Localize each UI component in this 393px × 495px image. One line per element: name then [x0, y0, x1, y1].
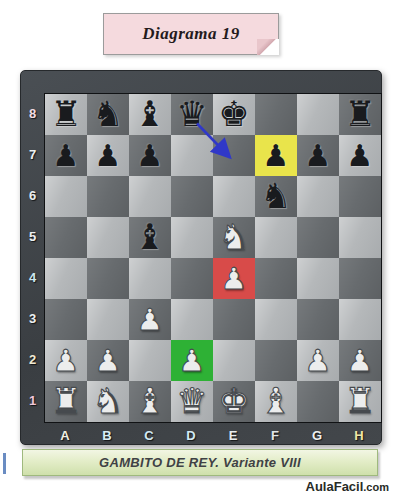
square-e4: ♟: [213, 258, 255, 299]
square-h6: [339, 176, 381, 217]
black-pawn-g7: ♟: [305, 141, 332, 171]
square-c7: ♟: [129, 135, 171, 176]
watermark-tld: .com: [363, 481, 389, 493]
diagram-title: Diagrama 19: [142, 24, 240, 44]
square-c8: ♝: [129, 94, 171, 135]
file-label-H: H: [338, 425, 380, 445]
square-h7: ♟: [339, 135, 381, 176]
white-pawn-e4: ♟: [221, 264, 248, 294]
white-rook-h1: ♜: [344, 384, 375, 419]
square-e6: [213, 176, 255, 217]
square-a7: ♟: [45, 135, 87, 176]
square-a3: [45, 299, 87, 340]
watermark: AulaFacil.com: [306, 477, 389, 495]
square-c2: [129, 340, 171, 381]
white-bishop-c1: ♝: [134, 384, 165, 419]
square-a6: [45, 176, 87, 217]
square-f6: ♞: [255, 176, 297, 217]
square-c5: ♝: [129, 217, 171, 258]
square-f8: [255, 94, 297, 135]
square-h2: ♟: [339, 340, 381, 381]
square-g2: ♟: [297, 340, 339, 381]
file-label-E: E: [212, 425, 254, 445]
black-pawn-a7: ♟: [53, 141, 80, 171]
square-g8: [297, 94, 339, 135]
caption-text: GAMBITO DE REY. Variante VIII: [99, 455, 301, 470]
square-f7: ♟: [255, 135, 297, 176]
file-label-D: D: [170, 425, 212, 445]
square-c6: [129, 176, 171, 217]
black-king-e8: ♚: [218, 97, 249, 132]
chess-board: ♜♞♝♛♚♜♟♟♟♟♟♟♞♝♞♟♟♟♟♟♟♟♜♞♝♛♚♝♜: [44, 93, 382, 423]
black-pawn-h7: ♟: [347, 141, 374, 171]
square-d8: ♛: [171, 94, 213, 135]
chess-board-frame: 87654321 ♜♞♝♛♚♜♟♟♟♟♟♟♞♝♞♟♟♟♟♟♟♟♜♞♝♛♚♝♜ A…: [20, 70, 382, 445]
square-h4: [339, 258, 381, 299]
square-d2: ♟: [171, 340, 213, 381]
square-a8: ♜: [45, 94, 87, 135]
square-h8: ♜: [339, 94, 381, 135]
black-pawn-f7: ♟: [263, 141, 290, 171]
square-d4: [171, 258, 213, 299]
square-g6: [297, 176, 339, 217]
square-f3: [255, 299, 297, 340]
square-e8: ♚: [213, 94, 255, 135]
black-rook-a8: ♜: [50, 97, 81, 132]
watermark-name: AulaFacil: [306, 479, 364, 494]
square-a5: [45, 217, 87, 258]
square-d3: [171, 299, 213, 340]
square-f1: ♝: [255, 381, 297, 422]
black-queen-d8: ♛: [176, 97, 207, 132]
white-pawn-b2: ♟: [95, 346, 122, 376]
black-rook-h8: ♜: [344, 97, 375, 132]
square-e3: [213, 299, 255, 340]
square-g3: [297, 299, 339, 340]
square-b7: ♟: [87, 135, 129, 176]
white-knight-b1: ♞: [92, 384, 123, 419]
square-b1: ♞: [87, 381, 129, 422]
file-label-F: F: [254, 425, 296, 445]
square-c3: ♟: [129, 299, 171, 340]
diagram-title-box: Diagrama 19: [103, 13, 279, 55]
file-label-G: G: [296, 425, 338, 445]
rank-label-7: 7: [21, 134, 44, 175]
square-g7: ♟: [297, 135, 339, 176]
page-fold-corner: [257, 39, 279, 55]
caption-bar: GAMBITO DE REY. Variante VIII: [22, 449, 378, 476]
square-f4: [255, 258, 297, 299]
white-knight-e5: ♞: [218, 220, 249, 255]
file-labels: ABCDEFGH: [44, 425, 380, 445]
square-a1: ♜: [45, 381, 87, 422]
black-knight-b8: ♞: [92, 97, 123, 132]
rank-label-2: 2: [21, 339, 44, 380]
black-bishop-c8: ♝: [134, 97, 165, 132]
black-pawn-c7: ♟: [137, 141, 164, 171]
square-f5: [255, 217, 297, 258]
white-queen-d1: ♛: [176, 384, 207, 419]
left-margin-tick: [3, 453, 6, 474]
square-b4: [87, 258, 129, 299]
square-b3: [87, 299, 129, 340]
white-pawn-g2: ♟: [305, 346, 332, 376]
rank-label-3: 3: [21, 298, 44, 339]
square-b2: ♟: [87, 340, 129, 381]
rank-label-8: 8: [21, 93, 44, 134]
square-b8: ♞: [87, 94, 129, 135]
square-a4: [45, 258, 87, 299]
square-d1: ♛: [171, 381, 213, 422]
square-e2: [213, 340, 255, 381]
square-d5: [171, 217, 213, 258]
rank-label-4: 4: [21, 257, 44, 298]
black-pawn-b7: ♟: [95, 141, 122, 171]
white-pawn-a2: ♟: [53, 346, 80, 376]
square-f2: [255, 340, 297, 381]
square-h1: ♜: [339, 381, 381, 422]
file-label-B: B: [86, 425, 128, 445]
rank-labels: 87654321: [21, 93, 44, 421]
square-e5: ♞: [213, 217, 255, 258]
square-c4: [129, 258, 171, 299]
square-e7: [213, 135, 255, 176]
square-c1: ♝: [129, 381, 171, 422]
square-d6: [171, 176, 213, 217]
square-a2: ♟: [45, 340, 87, 381]
square-b5: [87, 217, 129, 258]
square-h3: [339, 299, 381, 340]
file-label-C: C: [128, 425, 170, 445]
square-e1: ♚: [213, 381, 255, 422]
rank-label-5: 5: [21, 216, 44, 257]
white-rook-a1: ♜: [50, 384, 81, 419]
square-b6: [87, 176, 129, 217]
rank-label-6: 6: [21, 175, 44, 216]
square-g5: [297, 217, 339, 258]
white-pawn-h2: ♟: [347, 346, 374, 376]
square-g4: [297, 258, 339, 299]
black-knight-f6: ♞: [260, 179, 291, 214]
square-g1: [297, 381, 339, 422]
square-h5: [339, 217, 381, 258]
square-d7: [171, 135, 213, 176]
rank-label-1: 1: [21, 380, 44, 421]
file-label-A: A: [44, 425, 86, 445]
white-pawn-d2: ♟: [179, 346, 206, 376]
white-pawn-c3: ♟: [137, 305, 164, 335]
white-bishop-f1: ♝: [260, 384, 291, 419]
white-king-e1: ♚: [218, 384, 249, 419]
black-bishop-c5: ♝: [134, 220, 165, 255]
